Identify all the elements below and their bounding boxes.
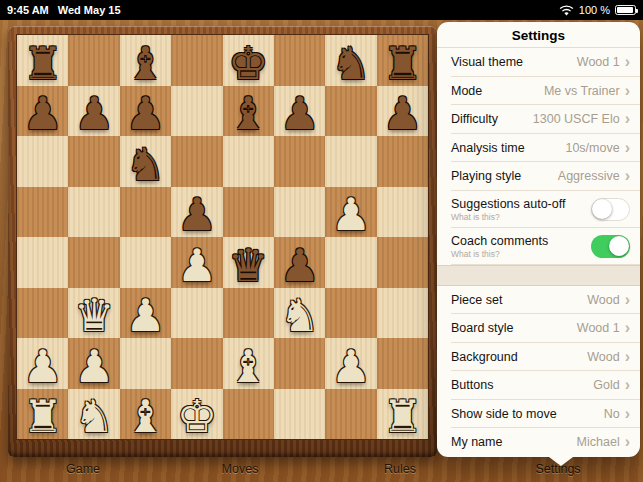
settings-row-buttons[interactable]: ButtonsGold›: [437, 371, 640, 400]
square-e1[interactable]: [223, 389, 274, 440]
toolbar-moves-button[interactable]: Moves: [222, 462, 259, 476]
square-d2[interactable]: [171, 338, 222, 389]
app-screen: 9:45 AM Wed May 15 100 % ♜♝♚♞♜♟♟♟♝♟♟♞♟♟♟…: [0, 0, 643, 482]
settings-panel-title: Settings: [437, 22, 640, 48]
black-pawn[interactable]: ♟: [177, 190, 217, 239]
settings-section-gap: [437, 265, 640, 286]
square-g1[interactable]: [325, 389, 376, 440]
white-pawn[interactable]: ♟: [331, 190, 371, 239]
chevron-right-icon: ›: [625, 141, 630, 155]
white-bishop[interactable]: ♝: [228, 342, 268, 391]
row-value: Aggressive: [558, 169, 620, 183]
row-label-wrap: My name: [451, 435, 577, 449]
white-king[interactable]: ♚: [177, 392, 217, 441]
square-b8[interactable]: [68, 35, 119, 86]
row-label-wrap: Visual theme: [451, 55, 577, 69]
square-c4[interactable]: [120, 237, 171, 288]
black-pawn[interactable]: ♟: [279, 89, 319, 138]
white-pawn[interactable]: ♟: [74, 342, 114, 391]
settings-row-background[interactable]: BackgroundWood›: [437, 343, 640, 372]
bottom-toolbar: GameMovesRulesSettings: [0, 459, 643, 482]
square-e3[interactable]: [223, 288, 274, 339]
square-a6[interactable]: [17, 136, 68, 187]
row-label-wrap: Suggestions auto-offWhat is this?: [451, 197, 591, 222]
square-e2[interactable]: ♝: [223, 338, 274, 389]
black-pawn[interactable]: ♟: [125, 89, 165, 138]
black-pawn[interactable]: ♟: [74, 89, 114, 138]
row-label: My name: [451, 435, 577, 449]
square-b5[interactable]: [68, 187, 119, 238]
square-d3[interactable]: [171, 288, 222, 339]
row-label: Piece set: [451, 293, 587, 307]
square-a4[interactable]: [17, 237, 68, 288]
row-label: Mode: [451, 84, 544, 98]
square-d5[interactable]: ♟: [171, 187, 222, 238]
square-b3[interactable]: ♛: [68, 288, 119, 339]
square-h5[interactable]: [377, 187, 428, 238]
square-h1[interactable]: ♜: [377, 389, 428, 440]
settings-row-board-style[interactable]: Board styleWood 1›: [437, 314, 640, 343]
square-g5[interactable]: ♟: [325, 187, 376, 238]
battery-fill: [617, 7, 633, 13]
square-f8[interactable]: [274, 35, 325, 86]
square-d7[interactable]: [171, 86, 222, 137]
square-c2[interactable]: [120, 338, 171, 389]
square-h4[interactable]: [377, 237, 428, 288]
square-d4[interactable]: ♟: [171, 237, 222, 288]
settings-row-visual-theme[interactable]: Visual themeWood 1›: [437, 48, 640, 77]
toggle-knob: [592, 199, 612, 219]
square-b2[interactable]: ♟: [68, 338, 119, 389]
white-knight[interactable]: ♞: [279, 291, 319, 340]
square-f6[interactable]: [274, 136, 325, 187]
settings-row-playing-style[interactable]: Playing styleAggressive›: [437, 162, 640, 191]
row-label-wrap: Buttons: [451, 378, 593, 392]
square-f1[interactable]: [274, 389, 325, 440]
toggle-suggestions-auto-off[interactable]: [591, 198, 630, 221]
square-a2[interactable]: ♟: [17, 338, 68, 389]
what-is-this-link[interactable]: What is this?: [451, 249, 591, 259]
square-h8[interactable]: ♜: [377, 35, 428, 86]
chess-board-frame: ♜♝♚♞♜♟♟♟♝♟♟♞♟♟♟♛♟♛♟♞♟♟♝♟♜♞♝♚♜: [8, 26, 437, 457]
square-b1[interactable]: ♞: [68, 389, 119, 440]
square-c8[interactable]: ♝: [120, 35, 171, 86]
settings-row-analysis-time[interactable]: Analysis time10s/move›: [437, 134, 640, 163]
chevron-right-icon: ›: [625, 293, 630, 307]
black-knight[interactable]: ♞: [125, 140, 165, 189]
square-d1[interactable]: ♚: [171, 389, 222, 440]
settings-row-show-side-to-move[interactable]: Show side to moveNo›: [437, 400, 640, 429]
wifi-icon: [559, 5, 574, 16]
white-pawn[interactable]: ♟: [23, 342, 63, 391]
black-knight[interactable]: ♞: [331, 39, 371, 88]
row-label: Board style: [451, 321, 577, 335]
row-value: No: [604, 407, 620, 421]
chevron-right-icon: ›: [625, 84, 630, 98]
black-pawn[interactable]: ♟: [382, 89, 422, 138]
row-value: Wood: [587, 293, 619, 307]
square-g7[interactable]: [325, 86, 376, 137]
square-e5[interactable]: [223, 187, 274, 238]
row-label: Difficulty: [451, 112, 533, 126]
row-label-wrap: Difficulty: [451, 112, 533, 126]
status-time: 9:45 AM: [7, 4, 49, 16]
row-label: Analysis time: [451, 141, 565, 155]
chevron-right-icon: ›: [625, 378, 630, 392]
row-label: Coach comments: [451, 234, 591, 248]
chevron-right-icon: ›: [625, 112, 630, 126]
row-value: 10s/move: [565, 141, 619, 155]
square-e7[interactable]: ♝: [223, 86, 274, 137]
row-label-wrap: Show side to move: [451, 407, 604, 421]
toolbar-game-button[interactable]: Game: [66, 462, 100, 476]
white-queen[interactable]: ♛: [74, 291, 114, 340]
white-pawn[interactable]: ♟: [125, 291, 165, 340]
black-pawn[interactable]: ♟: [279, 241, 319, 290]
row-value: Me vs Trainer: [544, 84, 620, 98]
settings-row-mode[interactable]: ModeMe vs Trainer›: [437, 77, 640, 106]
chevron-right-icon: ›: [625, 169, 630, 183]
row-label: Buttons: [451, 378, 593, 392]
black-bishop[interactable]: ♝: [228, 89, 268, 138]
black-rook[interactable]: ♜: [23, 39, 63, 88]
square-h2[interactable]: [377, 338, 428, 389]
chevron-right-icon: ›: [625, 321, 630, 335]
row-label: Visual theme: [451, 55, 577, 69]
black-pawn[interactable]: ♟: [23, 89, 63, 138]
row-value: Wood 1: [577, 321, 620, 335]
square-b6[interactable]: [68, 136, 119, 187]
square-f3[interactable]: ♞: [274, 288, 325, 339]
square-b4[interactable]: [68, 237, 119, 288]
square-h6[interactable]: [377, 136, 428, 187]
row-label: Show side to move: [451, 407, 604, 421]
square-d8[interactable]: [171, 35, 222, 86]
square-f4[interactable]: ♟: [274, 237, 325, 288]
settings-row-my-name[interactable]: My nameMichael›: [437, 428, 640, 457]
square-c3[interactable]: ♟: [120, 288, 171, 339]
chevron-right-icon: ›: [625, 350, 630, 364]
battery-percent: 100 %: [579, 4, 610, 16]
chevron-right-icon: ›: [625, 435, 630, 449]
white-pawn[interactable]: ♟: [177, 241, 217, 290]
square-f2[interactable]: [274, 338, 325, 389]
black-bishop[interactable]: ♝: [125, 39, 165, 88]
black-king[interactable]: ♚: [228, 39, 268, 88]
square-c7[interactable]: ♟: [120, 86, 171, 137]
square-g8[interactable]: ♞: [325, 35, 376, 86]
settings-row-piece-set[interactable]: Piece setWood›: [437, 286, 640, 315]
battery-tip: [636, 9, 638, 13]
white-pawn[interactable]: ♟: [331, 342, 371, 391]
popover-arrow-icon: [549, 457, 573, 466]
row-label: Playing style: [451, 169, 558, 183]
toggle-coach-comments[interactable]: [591, 235, 630, 258]
square-f7[interactable]: ♟: [274, 86, 325, 137]
chevron-right-icon: ›: [625, 407, 630, 421]
square-g2[interactable]: ♟: [325, 338, 376, 389]
chess-board: ♜♝♚♞♜♟♟♟♝♟♟♞♟♟♟♛♟♛♟♞♟♟♝♟♜♞♝♚♜: [16, 34, 429, 440]
toolbar-rules-button[interactable]: Rules: [384, 462, 416, 476]
square-f5[interactable]: [274, 187, 325, 238]
square-a8[interactable]: ♜: [17, 35, 68, 86]
square-g4[interactable]: [325, 237, 376, 288]
settings-popover: Settings Visual themeWood 1›ModeMe vs Tr…: [437, 22, 640, 457]
row-label: Suggestions auto-off: [451, 197, 591, 211]
row-value: Gold: [593, 378, 619, 392]
chevron-right-icon: ›: [625, 55, 630, 69]
settings-rows: Visual themeWood 1›ModeMe vs Trainer›Dif…: [437, 48, 640, 457]
status-right: 100 %: [559, 4, 636, 16]
white-bishop[interactable]: ♝: [125, 392, 165, 441]
square-g3[interactable]: [325, 288, 376, 339]
row-label: Background: [451, 350, 587, 364]
row-value: Wood 1: [577, 55, 620, 69]
square-a3[interactable]: [17, 288, 68, 339]
white-rook[interactable]: ♜: [382, 392, 422, 441]
settings-row-coach-comments[interactable]: Coach commentsWhat is this?: [437, 228, 640, 265]
square-c6[interactable]: ♞: [120, 136, 171, 187]
row-value: 1300 USCF Elo: [533, 112, 620, 126]
square-d6[interactable]: [171, 136, 222, 187]
white-rook[interactable]: ♜: [23, 392, 63, 441]
row-value: Wood: [587, 350, 619, 364]
row-label-wrap: Analysis time: [451, 141, 565, 155]
toggle-knob: [609, 236, 629, 256]
row-value: Michael: [577, 435, 620, 449]
black-rook[interactable]: ♜: [382, 39, 422, 88]
status-left: 9:45 AM Wed May 15: [7, 4, 121, 16]
row-label-wrap: Background: [451, 350, 587, 364]
row-label-wrap: Mode: [451, 84, 544, 98]
row-label-wrap: Board style: [451, 321, 577, 335]
square-e8[interactable]: ♚: [223, 35, 274, 86]
square-h3[interactable]: [377, 288, 428, 339]
square-e6[interactable]: [223, 136, 274, 187]
row-label-wrap: Playing style: [451, 169, 558, 183]
square-h7[interactable]: ♟: [377, 86, 428, 137]
square-g6[interactable]: [325, 136, 376, 187]
white-knight[interactable]: ♞: [74, 392, 114, 441]
square-a7[interactable]: ♟: [17, 86, 68, 137]
square-c1[interactable]: ♝: [120, 389, 171, 440]
battery-icon: [615, 5, 636, 15]
square-a5[interactable]: [17, 187, 68, 238]
black-queen[interactable]: ♛: [228, 241, 268, 290]
square-a1[interactable]: ♜: [17, 389, 68, 440]
row-label-wrap: Coach commentsWhat is this?: [451, 234, 591, 259]
status-date: Wed May 15: [58, 4, 121, 16]
settings-row-difficulty[interactable]: Difficulty1300 USCF Elo›: [437, 105, 640, 134]
row-label-wrap: Piece set: [451, 293, 587, 307]
settings-row-suggestions-auto-off[interactable]: Suggestions auto-offWhat is this?: [437, 191, 640, 228]
square-c5[interactable]: [120, 187, 171, 238]
status-bar: 9:45 AM Wed May 15 100 %: [0, 0, 643, 20]
what-is-this-link[interactable]: What is this?: [451, 212, 591, 222]
square-e4[interactable]: ♛: [223, 237, 274, 288]
square-b7[interactable]: ♟: [68, 86, 119, 137]
